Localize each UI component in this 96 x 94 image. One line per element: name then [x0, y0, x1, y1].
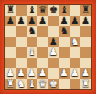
- square-e6[interactable]: [48, 26, 59, 37]
- square-h6[interactable]: [80, 26, 91, 37]
- square-e1[interactable]: ♚: [48, 79, 59, 90]
- square-g7[interactable]: ♟: [70, 16, 81, 27]
- square-h5[interactable]: [80, 37, 91, 48]
- square-a1[interactable]: ♜: [5, 79, 16, 90]
- piece-black-rook[interactable]: ♜: [81, 5, 90, 15]
- square-f8[interactable]: ♝: [59, 5, 70, 16]
- piece-black-queen[interactable]: ♛: [38, 5, 47, 15]
- square-d2[interactable]: ♟: [37, 68, 48, 79]
- square-d6[interactable]: [37, 26, 48, 37]
- square-b3[interactable]: [16, 58, 27, 69]
- piece-white-rook[interactable]: ♜: [6, 79, 15, 89]
- square-f5[interactable]: [59, 37, 70, 48]
- square-h2[interactable]: ♟: [80, 68, 91, 79]
- square-d3[interactable]: [37, 58, 48, 69]
- square-c6[interactable]: ♞: [27, 26, 38, 37]
- square-h1[interactable]: ♜: [80, 79, 91, 90]
- square-a7[interactable]: ♟: [5, 16, 16, 27]
- piece-white-pawn[interactable]: ♟: [81, 68, 90, 78]
- piece-white-pawn[interactable]: ♟: [27, 68, 36, 78]
- square-d4[interactable]: [37, 47, 48, 58]
- piece-white-pawn[interactable]: ♟: [38, 68, 47, 78]
- square-e4[interactable]: ♟: [48, 47, 59, 58]
- square-h3[interactable]: [80, 58, 91, 69]
- piece-black-pawn[interactable]: ♟: [49, 37, 58, 47]
- square-b7[interactable]: ♟: [16, 16, 27, 27]
- piece-black-pawn[interactable]: ♟: [81, 16, 90, 26]
- piece-black-pawn[interactable]: ♟: [60, 16, 69, 26]
- piece-white-pawn[interactable]: ♟: [70, 68, 79, 78]
- piece-white-pawn[interactable]: ♟: [49, 47, 58, 57]
- square-a2[interactable]: ♟: [5, 68, 16, 79]
- square-a8[interactable]: ♜: [5, 5, 16, 16]
- piece-black-pawn[interactable]: ♟: [70, 16, 79, 26]
- square-c2[interactable]: ♟: [27, 68, 38, 79]
- square-d7[interactable]: ♟: [37, 16, 48, 27]
- piece-black-pawn[interactable]: ♟: [6, 16, 15, 26]
- piece-white-bishop[interactable]: ♝: [27, 47, 36, 57]
- square-c5[interactable]: [27, 37, 38, 48]
- piece-white-knight[interactable]: ♞: [70, 37, 79, 47]
- square-g5[interactable]: ♞: [70, 37, 81, 48]
- piece-white-pawn[interactable]: ♟: [60, 68, 69, 78]
- square-h8[interactable]: ♜: [80, 5, 91, 16]
- square-h7[interactable]: ♟: [80, 16, 91, 27]
- square-b4[interactable]: [16, 47, 27, 58]
- square-h4[interactable]: [80, 47, 91, 58]
- piece-black-rook[interactable]: ♜: [6, 5, 15, 15]
- square-f3[interactable]: [59, 58, 70, 69]
- square-f7[interactable]: ♟: [59, 16, 70, 27]
- square-d8[interactable]: ♛: [37, 5, 48, 16]
- square-b6[interactable]: [16, 26, 27, 37]
- square-b8[interactable]: [16, 5, 27, 16]
- square-a4[interactable]: [5, 47, 16, 58]
- piece-black-bishop[interactable]: ♝: [27, 5, 36, 15]
- piece-black-knight[interactable]: ♞: [60, 26, 69, 36]
- piece-black-king[interactable]: ♚: [49, 5, 58, 15]
- square-g3[interactable]: [70, 58, 81, 69]
- piece-black-pawn[interactable]: ♟: [38, 16, 47, 26]
- piece-white-rook[interactable]: ♜: [81, 79, 90, 89]
- square-g8[interactable]: [70, 5, 81, 16]
- square-d1[interactable]: ♛: [37, 79, 48, 90]
- piece-white-bishop[interactable]: ♝: [27, 79, 36, 89]
- square-c8[interactable]: ♝: [27, 5, 38, 16]
- square-g4[interactable]: [70, 47, 81, 58]
- piece-black-bishop[interactable]: ♝: [60, 5, 69, 15]
- piece-white-king[interactable]: ♚: [49, 79, 58, 89]
- piece-black-knight[interactable]: ♞: [27, 26, 36, 36]
- piece-white-pawn[interactable]: ♟: [6, 68, 15, 78]
- square-a6[interactable]: [5, 26, 16, 37]
- square-c4[interactable]: ♝: [27, 47, 38, 58]
- square-g1[interactable]: [70, 79, 81, 90]
- square-e7[interactable]: [48, 16, 59, 27]
- square-c1[interactable]: ♝: [27, 79, 38, 90]
- piece-white-knight[interactable]: ♞: [17, 79, 26, 89]
- square-e5[interactable]: ♟: [48, 37, 59, 48]
- square-c7[interactable]: ♟: [27, 16, 38, 27]
- chess-board: ♜♝♛♚♝♜♟♟♟♟♟♟♟♞♞♟♞♝♟♟♟♟♟♟♟♟♜♞♝♛♚♜: [5, 5, 91, 89]
- square-e3[interactable]: [48, 58, 59, 69]
- board-frame: ♜♝♛♚♝♜♟♟♟♟♟♟♟♞♞♟♞♝♟♟♟♟♟♟♟♟♜♞♝♛♚♜: [0, 0, 96, 94]
- square-f4[interactable]: [59, 47, 70, 58]
- square-e2[interactable]: [48, 68, 59, 79]
- square-g6[interactable]: [70, 26, 81, 37]
- square-c3[interactable]: [27, 58, 38, 69]
- piece-white-queen[interactable]: ♛: [38, 79, 47, 89]
- square-a3[interactable]: [5, 58, 16, 69]
- square-f2[interactable]: ♟: [59, 68, 70, 79]
- square-b1[interactable]: ♞: [16, 79, 27, 90]
- square-a5[interactable]: [5, 37, 16, 48]
- square-d5[interactable]: [37, 37, 48, 48]
- square-g2[interactable]: ♟: [70, 68, 81, 79]
- piece-black-pawn[interactable]: ♟: [27, 16, 36, 26]
- square-b5[interactable]: [16, 37, 27, 48]
- square-e8[interactable]: ♚: [48, 5, 59, 16]
- piece-black-pawn[interactable]: ♟: [17, 16, 26, 26]
- square-f1[interactable]: [59, 79, 70, 90]
- square-f6[interactable]: ♞: [59, 26, 70, 37]
- square-b2[interactable]: ♟: [16, 68, 27, 79]
- piece-white-pawn[interactable]: ♟: [17, 68, 26, 78]
